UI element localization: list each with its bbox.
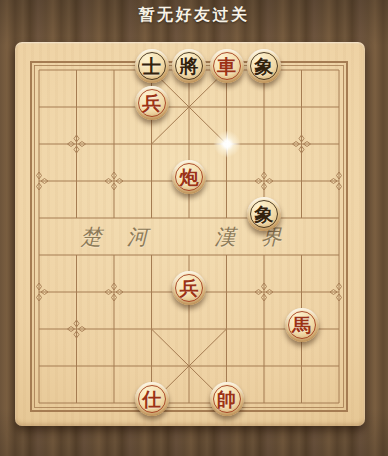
title-bar: 暂无好友过关 [0,2,388,28]
piece-glyph: 將 [180,57,199,76]
piece-red-兵[interactable]: 兵 [135,86,169,120]
piece-black-士[interactable]: 士 [135,49,169,83]
piece-red-仕[interactable]: 仕 [135,382,169,416]
piece-black-象[interactable]: 象 [247,197,281,231]
xiangqi-board[interactable]: 楚 河 漢 界 士將車象兵炮象兵馬仕帥 [15,42,365,426]
piece-glyph: 象 [255,205,274,224]
piece-glyph: 車 [217,57,236,76]
piece-glyph: 炮 [180,168,199,187]
app-background: 暂无好友过关 楚 河 漢 界 士將車象兵炮象兵馬仕帥 [0,0,388,456]
piece-glyph: 士 [142,57,161,76]
last-move-sparkle [213,130,241,158]
piece-red-炮[interactable]: 炮 [172,160,206,194]
piece-red-兵[interactable]: 兵 [172,271,206,305]
page-title: 暂无好友过关 [139,5,250,26]
piece-glyph: 馬 [292,316,311,335]
piece-red-帥[interactable]: 帥 [210,382,244,416]
piece-black-象[interactable]: 象 [247,49,281,83]
piece-glyph: 兵 [180,279,199,298]
piece-black-將[interactable]: 將 [172,49,206,83]
piece-red-車[interactable]: 車 [210,49,244,83]
piece-glyph: 仕 [142,390,161,409]
piece-glyph: 象 [255,57,274,76]
piece-glyph: 兵 [142,94,161,113]
river-label-right: 漢 界 [201,224,305,250]
piece-red-馬[interactable]: 馬 [285,308,319,342]
river-label-left: 楚 河 [67,224,171,250]
piece-glyph: 帥 [217,390,236,409]
